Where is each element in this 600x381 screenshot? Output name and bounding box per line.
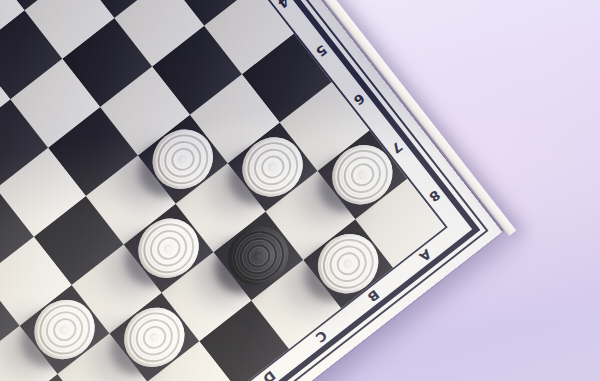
checker-ring (242, 240, 275, 273)
checker-ring (331, 247, 364, 280)
checkers-board: ABCDEFGH 87654321 (0, 0, 502, 381)
checker-center-dot (252, 250, 264, 262)
checker-ring (256, 151, 289, 184)
checker-ring (336, 149, 388, 200)
checker-ring (157, 134, 209, 185)
checker-ring (48, 313, 81, 346)
checker-center-dot (148, 331, 160, 343)
checker-ring (128, 312, 180, 363)
checker-ring (152, 232, 185, 265)
checker-ring (247, 141, 299, 192)
checker-center-dot (59, 324, 71, 336)
checker-center-dot (356, 169, 368, 181)
checker-ring (166, 143, 199, 176)
checker-ring (346, 158, 379, 191)
checker-center-dot (267, 161, 279, 173)
photo-scene: ABCDEFGH 87654321 (0, 0, 600, 381)
checker-ring (39, 304, 91, 355)
checker-center-dot (177, 153, 189, 165)
checker-center-dot (163, 242, 175, 254)
checker-ring (322, 238, 374, 289)
checker-ring (138, 321, 171, 354)
checker-ring (232, 230, 284, 281)
checker-center-dot (342, 258, 354, 270)
checker-ring (143, 223, 195, 274)
